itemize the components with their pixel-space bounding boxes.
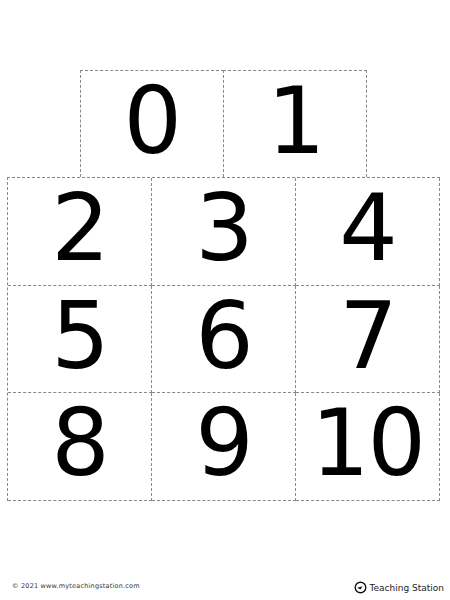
digit-7: 7 [339, 291, 396, 383]
flashcard-6: 6 [152, 286, 296, 394]
digit-10: 10 [311, 398, 424, 490]
flashcard-0: 0 [80, 70, 224, 177]
digit-2: 2 [51, 183, 108, 275]
digit-8: 8 [51, 398, 108, 490]
flashcards-grid: 2345678910 [7, 177, 440, 501]
flashcard-10: 10 [296, 393, 440, 501]
digit-1: 1 [267, 76, 324, 168]
flashcard-8: 8 [8, 393, 152, 501]
flashcards-top-row: 01 [7, 70, 440, 177]
brand-logo: Teaching Station [354, 581, 444, 594]
flashcard-4: 4 [296, 178, 440, 286]
flashcard-3: 3 [152, 178, 296, 286]
flashcard-9: 9 [152, 393, 296, 501]
digit-4: 4 [339, 183, 396, 275]
digit-9: 9 [195, 398, 252, 490]
flashcard-1: 1 [223, 70, 367, 177]
digit-5: 5 [51, 291, 108, 383]
brand-name: Teaching Station [370, 583, 444, 593]
flashcard-7: 7 [296, 286, 440, 394]
flashcards-area: 01 2345678910 [7, 70, 440, 501]
copyright-text: © 2021 www.myteachingstation.com [12, 582, 140, 590]
flashcard-5: 5 [8, 286, 152, 394]
flashcard-2: 2 [8, 178, 152, 286]
digit-0: 0 [124, 76, 181, 168]
teaching-station-icon [354, 581, 367, 594]
digit-6: 6 [195, 291, 252, 383]
digit-3: 3 [195, 183, 252, 275]
